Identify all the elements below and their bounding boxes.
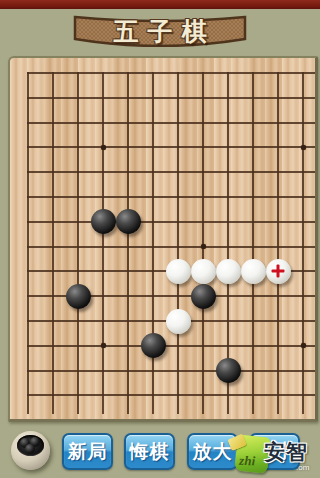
black-stone bbox=[216, 358, 241, 383]
white-stone bbox=[166, 309, 191, 334]
new-game-button[interactable]: 新局 bbox=[62, 433, 113, 470]
horizontal-line bbox=[27, 196, 315, 198]
title-banner: 五子棋 bbox=[71, 9, 249, 47]
black-stone bbox=[66, 284, 91, 309]
horizontal-line bbox=[27, 370, 315, 372]
star-point bbox=[101, 343, 106, 348]
white-stone bbox=[191, 259, 216, 284]
horizontal-line bbox=[27, 146, 315, 148]
turn-indicator-bowl bbox=[11, 431, 50, 470]
zoom-in-button[interactable]: 放大 bbox=[187, 433, 238, 470]
black-stone bbox=[141, 333, 166, 358]
black-stone bbox=[91, 209, 116, 234]
horizontal-line bbox=[27, 97, 315, 99]
last-move-marker bbox=[272, 265, 285, 278]
app-screen: 五子棋 新局 悔棋 放大 缩小 zhi 安智 .om bbox=[0, 0, 320, 478]
top-status-bar bbox=[0, 0, 320, 9]
white-stone bbox=[216, 259, 241, 284]
black-stone bbox=[191, 284, 216, 309]
star-point bbox=[301, 343, 306, 348]
white-stone bbox=[241, 259, 266, 284]
horizontal-line bbox=[27, 221, 315, 223]
horizontal-line bbox=[27, 122, 315, 124]
zoom-out-button[interactable]: 缩小 bbox=[249, 433, 300, 470]
bowl-opening bbox=[17, 435, 44, 456]
board[interactable] bbox=[8, 56, 318, 422]
horizontal-line bbox=[27, 171, 315, 173]
horizontal-line bbox=[27, 246, 315, 248]
star-point bbox=[301, 145, 306, 150]
horizontal-line bbox=[27, 72, 315, 74]
black-stone bbox=[116, 209, 141, 234]
star-point bbox=[101, 145, 106, 150]
bowl-stone bbox=[25, 444, 35, 454]
horizontal-line bbox=[27, 394, 315, 396]
white-stone bbox=[266, 259, 291, 284]
star-point bbox=[201, 244, 206, 249]
horizontal-line bbox=[27, 345, 315, 347]
white-stone bbox=[166, 259, 191, 284]
page-title: 五子棋 bbox=[71, 15, 249, 48]
undo-move-button[interactable]: 悔棋 bbox=[124, 433, 175, 470]
